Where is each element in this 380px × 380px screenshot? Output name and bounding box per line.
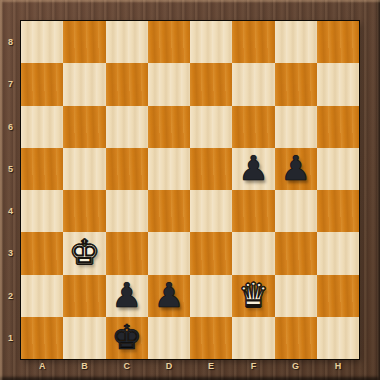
square-b6[interactable] [63,106,105,148]
file-coordinates: ABCDEFGH [21,358,359,380]
square-f2[interactable]: ♛ [232,275,274,317]
file-label-c: C [106,358,148,380]
file-label-b: B [63,358,105,380]
file-label-g: G [275,358,317,380]
square-d6[interactable] [148,106,190,148]
chess-app-window: ♟♟♚♟♟♛♚ 87654321 ABCDEFGH [0,0,380,380]
square-e2[interactable] [190,275,232,317]
square-h8[interactable] [317,21,359,63]
square-c4[interactable] [106,190,148,232]
square-a5[interactable] [21,148,63,190]
black-pawn-c2[interactable]: ♟ [111,278,141,312]
square-g4[interactable] [275,190,317,232]
black-king-c1[interactable]: ♚ [111,320,141,354]
square-b7[interactable] [63,63,105,105]
square-b5[interactable] [63,148,105,190]
square-d7[interactable] [148,63,190,105]
rank-label-5: 5 [0,148,21,190]
square-b1[interactable] [63,317,105,359]
square-h4[interactable] [317,190,359,232]
square-e1[interactable] [190,317,232,359]
square-f7[interactable] [232,63,274,105]
square-b8[interactable] [63,21,105,63]
square-f5[interactable]: ♟ [232,148,274,190]
square-d4[interactable] [148,190,190,232]
square-g1[interactable] [275,317,317,359]
square-h5[interactable] [317,148,359,190]
file-label-a: A [21,358,63,380]
rank-label-8: 8 [0,21,21,63]
square-f8[interactable] [232,21,274,63]
rank-label-1: 1 [0,317,21,359]
white-queen-f2[interactable]: ♛ [238,278,268,312]
square-g8[interactable] [275,21,317,63]
square-g2[interactable] [275,275,317,317]
square-f3[interactable] [232,232,274,274]
square-c8[interactable] [106,21,148,63]
rank-label-6: 6 [0,106,21,148]
square-g5[interactable]: ♟ [275,148,317,190]
rank-label-3: 3 [0,232,21,274]
square-h1[interactable] [317,317,359,359]
square-c2[interactable]: ♟ [106,275,148,317]
square-a8[interactable] [21,21,63,63]
square-c6[interactable] [106,106,148,148]
square-h3[interactable] [317,232,359,274]
square-f4[interactable] [232,190,274,232]
square-h7[interactable] [317,63,359,105]
square-e6[interactable] [190,106,232,148]
square-a2[interactable] [21,275,63,317]
black-pawn-d2[interactable]: ♟ [154,278,184,312]
square-c7[interactable] [106,63,148,105]
square-a1[interactable] [21,317,63,359]
square-h2[interactable] [317,275,359,317]
square-f1[interactable] [232,317,274,359]
square-e7[interactable] [190,63,232,105]
file-label-d: D [148,358,190,380]
rank-label-7: 7 [0,63,21,105]
file-label-h: H [317,358,359,380]
rank-label-4: 4 [0,190,21,232]
square-a6[interactable] [21,106,63,148]
square-e3[interactable] [190,232,232,274]
chess-board[interactable]: ♟♟♚♟♟♛♚ [21,21,359,359]
square-b2[interactable] [63,275,105,317]
square-e5[interactable] [190,148,232,190]
rank-coordinates: 87654321 [0,21,21,359]
square-e4[interactable] [190,190,232,232]
black-pawn-f5[interactable]: ♟ [238,151,268,185]
square-b4[interactable] [63,190,105,232]
square-b3[interactable]: ♚ [63,232,105,274]
black-pawn-g5[interactable]: ♟ [280,151,310,185]
square-e8[interactable] [190,21,232,63]
file-label-f: F [232,358,274,380]
rank-label-2: 2 [0,275,21,317]
white-king-b3[interactable]: ♚ [69,235,99,269]
square-c3[interactable] [106,232,148,274]
square-h6[interactable] [317,106,359,148]
square-g3[interactable] [275,232,317,274]
square-a7[interactable] [21,63,63,105]
square-g6[interactable] [275,106,317,148]
square-f6[interactable] [232,106,274,148]
square-d8[interactable] [148,21,190,63]
square-a4[interactable] [21,190,63,232]
square-c1[interactable]: ♚ [106,317,148,359]
square-c5[interactable] [106,148,148,190]
file-label-e: E [190,358,232,380]
square-d3[interactable] [148,232,190,274]
square-d1[interactable] [148,317,190,359]
square-g7[interactable] [275,63,317,105]
square-a3[interactable] [21,232,63,274]
square-d2[interactable]: ♟ [148,275,190,317]
square-d5[interactable] [148,148,190,190]
